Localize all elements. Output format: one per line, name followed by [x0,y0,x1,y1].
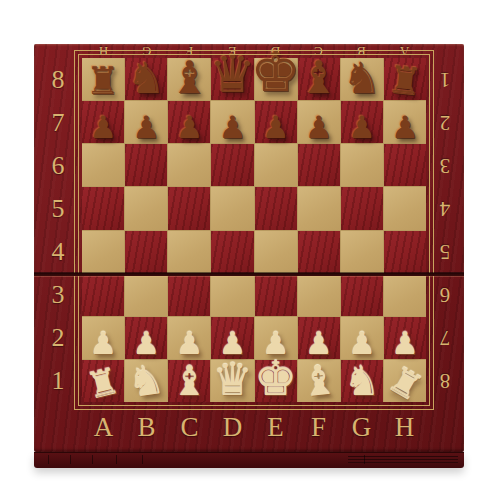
rank-label-right-2: 2 [426,101,464,144]
square-f1[interactable]: ♝ [298,360,340,402]
rank-labels-left: 87654321 [34,58,82,402]
square-a4[interactable] [82,231,124,273]
square-h5[interactable] [384,187,426,229]
square-a3[interactable] [82,274,124,316]
piece-dark-pawn-a7[interactable]: ♟ [89,112,117,143]
square-d4[interactable] [211,231,253,273]
square-c2[interactable]: ♟ [168,317,210,359]
side-edge-tick [364,455,365,464]
rank-label-left-6: 6 [34,144,82,187]
piece-dark-bishop-c8[interactable]: ♝ [169,55,209,100]
square-h7[interactable]: ♟ [384,101,426,143]
square-c3[interactable] [168,274,210,316]
file-label-bottom-h: H [383,402,426,452]
file-label-bottom-c: C [168,402,211,452]
file-label-bottom-g: G [340,402,383,452]
square-g1[interactable]: ♞ [341,360,383,402]
square-a8[interactable]: ♜ [82,58,124,100]
piece-light-pawn-f2[interactable]: ♟ [305,328,333,359]
piece-dark-pawn-d7[interactable]: ♟ [219,112,247,143]
rank-label-right-3: 3 [426,144,464,187]
file-label-top-h: H [82,44,125,58]
square-f7[interactable]: ♟ [298,101,340,143]
square-b3[interactable] [125,274,167,316]
piece-light-pawn-g2[interactable]: ♟ [348,328,376,359]
square-a5[interactable] [82,187,124,229]
piece-dark-pawn-f7[interactable]: ♟ [305,112,333,143]
square-a2[interactable]: ♟ [82,317,124,359]
square-d5[interactable] [211,187,253,229]
square-g6[interactable] [341,144,383,186]
square-d1[interactable]: ♛ [211,360,253,402]
piece-dark-bishop-f8[interactable]: ♝ [299,55,339,100]
piece-light-rook-a1[interactable]: ♜ [83,363,123,406]
piece-light-knight-g1[interactable]: ♞ [343,361,380,402]
piece-light-rook-h1[interactable]: ♜ [382,360,428,407]
square-b5[interactable] [125,187,167,229]
piece-light-pawn-h2[interactable]: ♟ [391,328,419,359]
square-f6[interactable] [298,144,340,186]
square-h6[interactable] [384,144,426,186]
piece-light-pawn-b2[interactable]: ♟ [132,328,160,359]
square-e5[interactable] [255,187,297,229]
rank-label-right-8: 8 [426,359,464,402]
piece-light-knight-b1[interactable]: ♞ [125,359,167,405]
file-labels-bottom: ABCDEFGH [82,402,426,452]
side-edge-tick [92,455,93,464]
square-g3[interactable] [341,274,383,316]
fold-hinge-seam [34,273,464,276]
square-d8[interactable]: ♛ [211,58,253,100]
square-g5[interactable] [341,187,383,229]
piece-dark-king-e8[interactable]: ♚ [250,44,300,100]
square-h2[interactable]: ♟ [384,317,426,359]
square-f5[interactable] [298,187,340,229]
folded-box-side-edge [34,452,464,468]
square-c5[interactable] [168,187,210,229]
square-c7[interactable]: ♟ [168,101,210,143]
side-edge-tick [116,455,117,464]
piece-dark-queen-d8[interactable]: ♛ [209,48,256,100]
piece-light-bishop-f1[interactable]: ♝ [298,359,339,404]
square-d7[interactable]: ♟ [211,101,253,143]
file-label-bottom-d: D [211,402,254,452]
piece-dark-pawn-e7[interactable]: ♟ [262,112,290,143]
square-e1[interactable]: ♚ [255,360,297,402]
side-edge-tick [48,455,49,464]
piece-light-pawn-c2[interactable]: ♟ [175,328,203,359]
piece-dark-pawn-b7[interactable]: ♟ [132,112,160,143]
rank-label-left-2: 2 [34,316,82,359]
rank-label-right-6: 6 [426,273,464,316]
piece-dark-pawn-g7[interactable]: ♟ [348,112,376,143]
rank-label-left-1: 1 [34,359,82,402]
square-h1[interactable]: ♜ [384,360,426,402]
squares-grid: ♜♞♝♛♚♝♞♜♟♟♟♟♟♟♟♟♟♟♟♟♟♟♟♟♜♞♝♛♚♝♞♜ [82,58,426,402]
square-d6[interactable] [211,144,253,186]
square-d3[interactable] [211,274,253,316]
piece-light-bishop-c1[interactable]: ♝ [171,361,208,402]
square-b7[interactable]: ♟ [125,101,167,143]
file-label-bottom-e: E [254,402,297,452]
square-f3[interactable] [298,274,340,316]
square-b4[interactable] [125,231,167,273]
square-g7[interactable]: ♟ [341,101,383,143]
square-b2[interactable]: ♟ [125,317,167,359]
piece-dark-rook-h8[interactable]: ♜ [386,60,424,101]
square-h3[interactable] [384,274,426,316]
square-a6[interactable] [82,144,124,186]
piece-dark-pawn-c7[interactable]: ♟ [175,112,203,143]
piece-light-king-e1[interactable]: ♚ [254,354,297,402]
square-g2[interactable]: ♟ [341,317,383,359]
file-label-bottom-b: B [125,402,168,452]
square-h4[interactable] [384,231,426,273]
rank-labels-right: 12345678 [426,58,464,402]
rank-label-right-1: 1 [426,58,464,101]
square-a7[interactable]: ♟ [82,101,124,143]
square-a1[interactable]: ♜ [82,360,124,402]
square-g8[interactable]: ♞ [341,58,383,100]
square-b6[interactable] [125,144,167,186]
square-e4[interactable] [255,231,297,273]
playing-area: ♜♞♝♛♚♝♞♜♟♟♟♟♟♟♟♟♟♟♟♟♟♟♟♟♜♞♝♛♚♝♞♜ [82,58,426,402]
square-c6[interactable] [168,144,210,186]
side-edge-tick [142,455,143,464]
rank-label-left-5: 5 [34,187,82,230]
product-photo: HGFEDCBA 87654321 12345678 ABCDEFGH ♜♞♝♛… [0,0,500,500]
piece-light-queen-d1[interactable]: ♛ [212,357,252,402]
rank-label-right-7: 7 [426,316,464,359]
piece-dark-pawn-h7[interactable]: ♟ [391,112,419,143]
piece-light-pawn-a2[interactable]: ♟ [89,328,117,359]
side-edge-tick [70,455,71,464]
square-e8[interactable]: ♚ [255,58,297,100]
square-b8[interactable]: ♞ [125,58,167,100]
square-c1[interactable]: ♝ [168,360,210,402]
square-e3[interactable] [255,274,297,316]
square-b1[interactable]: ♞ [125,360,167,402]
file-label-bottom-a: A [82,402,125,452]
square-f4[interactable] [298,231,340,273]
file-label-top-a: A [383,44,426,58]
square-e6[interactable] [255,144,297,186]
piece-dark-knight-b8[interactable]: ♞ [127,57,166,100]
rank-label-left-8: 8 [34,58,82,101]
rank-label-right-4: 4 [426,187,464,230]
square-g4[interactable] [341,231,383,273]
square-h8[interactable]: ♜ [384,58,426,100]
square-c8[interactable]: ♝ [168,58,210,100]
piece-dark-knight-g8[interactable]: ♞ [343,57,382,100]
square-e7[interactable]: ♟ [255,101,297,143]
square-c4[interactable] [168,231,210,273]
chess-board: HGFEDCBA 87654321 12345678 ABCDEFGH ♜♞♝♛… [34,44,464,452]
piece-dark-rook-a8[interactable]: ♜ [86,62,120,100]
rank-label-left-4: 4 [34,230,82,273]
rank-label-left-3: 3 [34,273,82,316]
square-f2[interactable]: ♟ [298,317,340,359]
file-label-bottom-f: F [297,402,340,452]
rank-label-right-5: 5 [426,230,464,273]
square-f8[interactable]: ♝ [298,58,340,100]
rank-label-left-7: 7 [34,101,82,144]
